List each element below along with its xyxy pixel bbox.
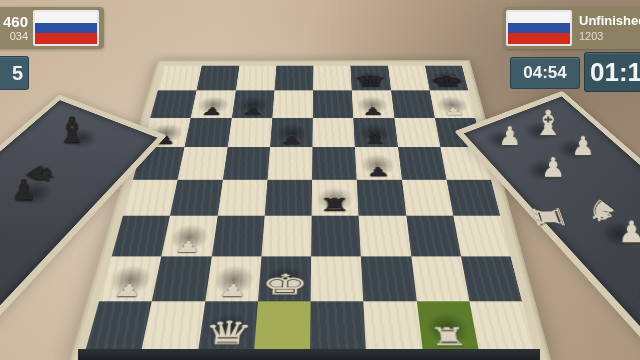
square-g3[interactable] [406,216,461,256]
square-d4[interactable] [264,180,312,216]
white-bishop-glyph: ♝ [533,106,564,140]
captured-white-pawn: ♟ [513,150,570,189]
square-c3[interactable] [211,216,264,256]
square-e1[interactable] [310,301,366,352]
table-plane: ♚♛♜♝♟♟♟♟♟♟♚♛♜♟♟♟♟ ♝♞♟♞♜♟ ♟♝♟♟♜♞♟♞♝ [85,66,535,352]
square-c5[interactable] [223,147,270,180]
black-bishop-glyph: ♝ [360,131,392,146]
square-g4[interactable] [402,180,454,216]
square-e5[interactable] [312,147,357,180]
black-king-glyph: ♚ [428,74,467,89]
chess-app-window: ♚♛♜♝♟♟♟♟♟♟♚♛♜♟♟♟♟ ♝♞♟♞♜♟ ♟♝♟♟♜♞♟♞♝ 460 0… [0,0,640,360]
piece-black-pawn-f5[interactable]: ♟ [355,147,402,180]
square-h6[interactable] [435,118,483,148]
square-e8[interactable] [313,66,352,91]
black-pawn-glyph: ♟ [152,134,178,145]
white-pawn-glyph: ♟ [112,282,144,299]
white-pawn-glyph: ♟ [442,106,466,116]
square-b4[interactable] [170,180,222,216]
white-pawn-glyph: ♟ [618,217,640,247]
square-h5[interactable] [440,147,491,180]
piece-black-pawn-b7[interactable]: ♟ [191,91,236,118]
captured-white-bishop: ♝ [620,267,640,323]
black-pawn-glyph: ♟ [362,106,385,116]
captured-white-knight: ♞ [572,173,632,215]
black-rook-glyph: ♜ [319,196,352,213]
square-c4[interactable] [217,180,267,216]
piece-black-pawn-d6[interactable]: ♟ [270,118,313,148]
square-b1[interactable] [141,301,205,352]
piece-black-bishop-f6[interactable]: ♝ [353,118,397,148]
square-g8[interactable] [388,66,430,91]
square-g7[interactable] [391,91,435,118]
square-d3[interactable] [261,216,311,256]
square-f3[interactable] [359,216,411,256]
board-3d-scene: ♚♛♜♝♟♟♟♟♟♟♚♛♜♟♟♟♟ ♝♞♟♞♜♟ ♟♝♟♟♜♞♟♞♝ [0,0,640,360]
piece-black-queen-f8[interactable]: ♛ [351,66,391,91]
square-d7[interactable] [272,91,313,118]
square-f2[interactable] [361,256,416,301]
white-pawn-glyph: ♟ [217,282,247,299]
piece-white-rook-g1[interactable]: ♜ [416,301,478,352]
square-a4[interactable] [123,180,178,216]
piece-white-queen-c1[interactable]: ♛ [198,301,258,352]
square-e2[interactable] [311,256,364,301]
square-f4[interactable] [357,180,406,216]
square-e6[interactable] [312,118,355,148]
piece-white-pawn-b3[interactable]: ♟ [162,216,218,256]
square-e7[interactable] [313,91,354,118]
square-c8[interactable] [235,66,276,91]
square-g5[interactable] [398,147,447,180]
square-d1[interactable] [254,301,311,352]
piece-white-pawn-h7[interactable]: ♟ [430,91,476,118]
black-pawn-glyph: ♟ [366,166,391,178]
square-g2[interactable] [411,256,469,301]
piece-black-rook-e4[interactable]: ♜ [312,180,359,216]
black-queen-glyph: ♛ [352,74,389,89]
black-pawn-glyph: ♟ [241,106,264,116]
square-h3[interactable] [453,216,510,256]
square-b2[interactable] [152,256,211,301]
black-bishop-glyph: ♝ [57,113,88,148]
white-rook-glyph: ♜ [527,203,573,230]
white-king-glyph: ♚ [260,270,309,298]
square-a5[interactable] [133,147,185,180]
square-b8[interactable] [197,66,239,91]
piece-black-king-h8[interactable]: ♚ [425,66,468,91]
square-h4[interactable] [446,180,500,216]
white-pawn-glyph: ♟ [571,133,595,159]
black-pawn-glyph: ♟ [11,176,36,204]
piece-black-pawn-a6[interactable]: ♟ [142,118,191,148]
square-a7[interactable] [150,91,196,118]
square-d8[interactable] [274,66,313,91]
white-rook-glyph: ♜ [427,325,470,350]
square-g6[interactable] [394,118,440,148]
black-knight-glyph: ♞ [0,206,8,244]
white-pawn-glyph: ♟ [498,123,521,149]
piece-black-pawn-c7[interactable]: ♟ [232,91,275,118]
white-pawn-glyph: ♟ [173,239,202,254]
square-d5[interactable] [267,147,312,180]
square-c6[interactable] [227,118,272,148]
piece-black-pawn-f7[interactable]: ♟ [352,91,394,118]
square-f1[interactable] [363,301,422,352]
board-front-edge [78,349,540,360]
square-b6[interactable] [185,118,232,148]
black-pawn-glyph: ♟ [280,134,303,145]
square-e3[interactable] [311,216,361,256]
piece-white-pawn-c2[interactable]: ♟ [205,256,261,301]
square-b5[interactable] [178,147,227,180]
black-pawn-glyph: ♟ [201,106,225,116]
white-queen-glyph: ♛ [200,317,254,349]
square-a8[interactable] [158,66,202,91]
square-a3[interactable] [112,216,170,256]
piece-white-king-d2[interactable]: ♚ [258,256,311,301]
white-pawn-glyph: ♟ [541,154,565,181]
